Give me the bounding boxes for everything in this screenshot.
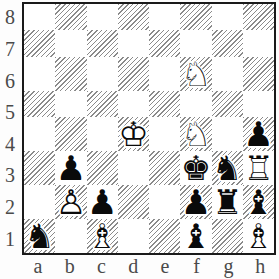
square-c3 xyxy=(87,151,118,185)
piece-glyph: ♔ xyxy=(118,117,148,151)
piece-white-knight: ♞♘ xyxy=(180,57,211,91)
square-f8 xyxy=(180,4,211,30)
chess-diagram-page: 8 7 6 5 4 3 2 1 ♞♘♚♔♞♘♟♟♟♟♚♚♞♞♜♖♟♙♟♟♟♟♜♜… xyxy=(0,0,279,279)
square-a2 xyxy=(24,185,55,219)
square-f2: ♟♟ xyxy=(180,185,211,219)
square-a7 xyxy=(24,30,55,56)
piece-glyph: ♗ xyxy=(87,219,117,253)
piece-black-bishop: ♝♝ xyxy=(180,219,211,253)
square-f7 xyxy=(180,30,211,56)
piece-white-rook: ♜♖ xyxy=(243,151,274,185)
square-d3 xyxy=(118,151,149,185)
square-e1 xyxy=(149,219,180,253)
square-e4 xyxy=(149,117,180,151)
square-b6 xyxy=(55,57,86,91)
piece-white-pawn: ♟♙ xyxy=(55,185,86,219)
piece-glyph: ♜ xyxy=(212,185,242,219)
rank-label-7: 7 xyxy=(0,34,20,66)
piece-glyph: ♟ xyxy=(243,117,273,151)
piece-glyph: ♞ xyxy=(212,151,242,185)
file-labels: a b c d e f g h xyxy=(22,255,276,279)
piece-glyph: ♚ xyxy=(181,151,211,185)
piece-black-knight: ♞♞ xyxy=(212,151,243,185)
rank-label-3: 3 xyxy=(0,160,20,192)
rank-label-5: 5 xyxy=(0,97,20,129)
file-label-f: f xyxy=(181,255,213,279)
square-a3 xyxy=(24,151,55,185)
square-b4 xyxy=(55,117,86,151)
square-e2 xyxy=(149,185,180,219)
square-d1 xyxy=(118,219,149,253)
piece-black-rook: ♜♜ xyxy=(212,185,243,219)
square-c4 xyxy=(87,117,118,151)
square-e8 xyxy=(149,4,180,30)
rank-label-1: 1 xyxy=(0,223,20,255)
file-label-c: c xyxy=(86,255,118,279)
square-b7 xyxy=(55,30,86,56)
square-h6 xyxy=(243,57,274,91)
piece-glyph: ♟ xyxy=(87,185,117,219)
square-a1: ♞♞ xyxy=(24,219,55,253)
file-label-h: h xyxy=(244,255,276,279)
square-g6 xyxy=(212,57,243,91)
square-c7 xyxy=(87,30,118,56)
piece-glyph: ♘ xyxy=(181,117,211,151)
file-label-b: b xyxy=(54,255,86,279)
file-label-a: a xyxy=(22,255,54,279)
square-a8 xyxy=(24,4,55,30)
square-c2: ♟♟ xyxy=(87,185,118,219)
square-e7 xyxy=(149,30,180,56)
square-h3: ♜♖ xyxy=(243,151,274,185)
rank-label-2: 2 xyxy=(0,192,20,224)
square-a5 xyxy=(24,91,55,117)
piece-glyph: ♖ xyxy=(243,151,273,185)
piece-white-bishop: ♝♗ xyxy=(87,219,118,253)
file-label-g: g xyxy=(213,255,245,279)
square-h8 xyxy=(243,4,274,30)
square-e3 xyxy=(149,151,180,185)
square-b5 xyxy=(55,91,86,117)
piece-glyph: ♝ xyxy=(181,219,211,253)
piece-black-bishop: ♝♝ xyxy=(243,185,274,219)
piece-glyph: ♗ xyxy=(243,219,273,253)
square-g4 xyxy=(212,117,243,151)
rank-label-6: 6 xyxy=(0,65,20,97)
chess-board: ♞♘♚♔♞♘♟♟♟♟♚♚♞♞♜♖♟♙♟♟♟♟♜♜♝♝♞♞♝♗♝♝♝♗ xyxy=(22,2,276,255)
square-e6 xyxy=(149,57,180,91)
square-d2 xyxy=(118,185,149,219)
piece-white-knight: ♞♘ xyxy=(180,117,211,151)
square-a6 xyxy=(24,57,55,91)
square-b8 xyxy=(55,4,86,30)
square-d8 xyxy=(118,4,149,30)
square-f3: ♚♚ xyxy=(180,151,211,185)
square-h1: ♝♗ xyxy=(243,219,274,253)
square-d6 xyxy=(118,57,149,91)
rank-label-8: 8 xyxy=(0,2,20,34)
square-c6 xyxy=(87,57,118,91)
square-e5 xyxy=(149,91,180,117)
piece-black-pawn: ♟♟ xyxy=(55,151,86,185)
file-label-d: d xyxy=(117,255,149,279)
piece-black-pawn: ♟♟ xyxy=(243,117,274,151)
square-c8 xyxy=(87,4,118,30)
square-g1 xyxy=(212,219,243,253)
square-f4: ♞♘ xyxy=(180,117,211,151)
piece-black-pawn: ♟♟ xyxy=(180,185,211,219)
square-c5 xyxy=(87,91,118,117)
piece-glyph: ♙ xyxy=(56,185,86,219)
piece-glyph: ♘ xyxy=(181,57,211,91)
piece-black-king: ♚♚ xyxy=(180,151,211,185)
piece-white-bishop: ♝♗ xyxy=(243,219,274,253)
piece-glyph: ♟ xyxy=(181,185,211,219)
square-d7 xyxy=(118,30,149,56)
square-g2: ♜♜ xyxy=(212,185,243,219)
square-d4: ♚♔ xyxy=(118,117,149,151)
square-h4: ♟♟ xyxy=(243,117,274,151)
rank-label-4: 4 xyxy=(0,129,20,161)
square-f1: ♝♝ xyxy=(180,219,211,253)
square-g3: ♞♞ xyxy=(212,151,243,185)
piece-glyph: ♟ xyxy=(56,151,86,185)
piece-glyph: ♝ xyxy=(243,185,273,219)
square-c1: ♝♗ xyxy=(87,219,118,253)
square-b3: ♟♟ xyxy=(55,151,86,185)
square-b2: ♟♙ xyxy=(55,185,86,219)
square-f6: ♞♘ xyxy=(180,57,211,91)
square-b1 xyxy=(55,219,86,253)
square-g5 xyxy=(212,91,243,117)
piece-black-pawn: ♟♟ xyxy=(87,185,118,219)
piece-black-knight: ♞♞ xyxy=(24,219,55,253)
piece-white-king: ♚♔ xyxy=(118,117,149,151)
piece-glyph: ♞ xyxy=(24,219,54,253)
square-g7 xyxy=(212,30,243,56)
square-h2: ♝♝ xyxy=(243,185,274,219)
file-label-e: e xyxy=(149,255,181,279)
square-g8 xyxy=(212,4,243,30)
square-h7 xyxy=(243,30,274,56)
square-a4 xyxy=(24,117,55,151)
rank-labels: 8 7 6 5 4 3 2 1 xyxy=(0,2,20,255)
